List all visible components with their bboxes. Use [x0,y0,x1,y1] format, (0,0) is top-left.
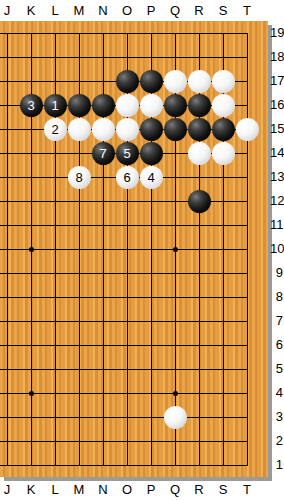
move-number-label: 7 [99,142,106,165]
row-label-11: 11 [270,216,283,234]
stone-T15-white [236,118,259,141]
row-label-7: 7 [270,312,283,330]
row-label-14: 14 [270,144,283,162]
stone-O17-black [116,70,139,93]
row-label-16: 16 [270,96,283,114]
row-label-4: 4 [270,384,283,402]
row-label-18: 18 [270,48,283,66]
row-label-12: 12 [270,192,283,210]
bottom-column-label-O: O [115,481,139,499]
top-column-label-S: S [211,2,235,20]
stone-M16-black [68,94,91,117]
move-number-label: 2 [51,118,58,141]
stone-Q15-black [164,118,187,141]
stone-O14-black: 5 [116,142,139,165]
top-column-label-N: N [91,2,115,20]
bottom-column-label-P: P [139,481,163,499]
row-label-8: 8 [270,288,283,306]
bottom-column-label-L: L [43,481,67,499]
bottom-column-label-T: T [235,481,259,499]
stone-P17-black [140,70,163,93]
top-column-label-M: M [67,2,91,20]
top-column-label-P: P [139,2,163,20]
top-column-label-O: O [115,2,139,20]
stone-Q3-white [164,406,187,429]
move-number-label: 4 [147,166,154,189]
go-board: 31275864 [0,21,268,477]
stone-R16-black [188,94,211,117]
bottom-column-label-R: R [187,481,211,499]
bottom-column-label-M: M [67,481,91,499]
stone-R15-black [188,118,211,141]
stone-P13-white: 4 [140,166,163,189]
move-number-label: 5 [123,142,130,165]
stone-N14-black: 7 [92,142,115,165]
stone-Q17-white [164,70,187,93]
bottom-column-label-K: K [19,481,43,499]
stone-P14-black [140,142,163,165]
stones-layer: 31275864 [0,21,259,477]
row-label-15: 15 [270,120,283,138]
bottom-column-label-Q: Q [163,481,187,499]
top-column-label-L: L [43,2,67,20]
stone-M13-white: 8 [68,166,91,189]
stone-N16-black [92,94,115,117]
bottom-column-label-S: S [211,481,235,499]
stone-O15-white [116,118,139,141]
stone-R17-white [188,70,211,93]
row-label-19: 19 [270,24,283,42]
row-label-3: 3 [270,408,283,426]
go-diagram: JKLMNOPQRST 31275864 1918171615141312111… [0,0,284,500]
stone-L15-white: 2 [44,118,67,141]
stone-M15-white [68,118,91,141]
stone-P16-white [140,94,163,117]
stone-Q16-black [164,94,187,117]
move-number-label: 6 [123,166,130,189]
stone-P15-black [140,118,163,141]
top-column-label-R: R [187,2,211,20]
top-column-label-K: K [19,2,43,20]
stone-L16-black: 1 [44,94,67,117]
move-number-label: 3 [27,94,34,117]
row-label-1: 1 [270,456,283,474]
bottom-column-label-J: J [0,481,19,499]
top-column-label-Q: Q [163,2,187,20]
stone-K16-black: 3 [20,94,43,117]
row-label-5: 5 [270,360,283,378]
move-number-label: 8 [75,166,82,189]
row-label-10: 10 [270,240,283,258]
stone-O16-white [116,94,139,117]
row-label-6: 6 [270,336,283,354]
stone-S16-white [212,94,235,117]
move-number-label: 1 [51,94,58,117]
stone-N15-white [92,118,115,141]
top-column-label-J: J [0,2,19,20]
stone-R14-white [188,142,211,165]
row-label-2: 2 [270,432,283,450]
stone-O13-white: 6 [116,166,139,189]
stone-S17-white [212,70,235,93]
stone-S15-black [212,118,235,141]
bottom-column-label-N: N [91,481,115,499]
row-label-17: 17 [270,72,283,90]
row-label-13: 13 [270,168,283,186]
row-label-9: 9 [270,264,283,282]
top-column-label-T: T [235,2,259,20]
stone-R12-black [188,190,211,213]
stone-S14-white [212,142,235,165]
